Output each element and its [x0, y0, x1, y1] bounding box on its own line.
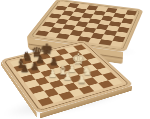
- product-photo: ♞♛♚♝♟♟♟♟♚♟♝♟♟♞♟: [0, 0, 150, 119]
- open-board-3d: ♞♛♚♝♟♟♟♟♚♟♝♟♟♞♟: [0, 40, 134, 114]
- open-board-top-face: ♞♛♚♝♟♟♟♟♚♟♝♟♟♞♟: [0, 40, 134, 114]
- open-chessboard: ♞♛♚♝♟♟♟♟♚♟♝♟♟♞♟: [14, 22, 114, 119]
